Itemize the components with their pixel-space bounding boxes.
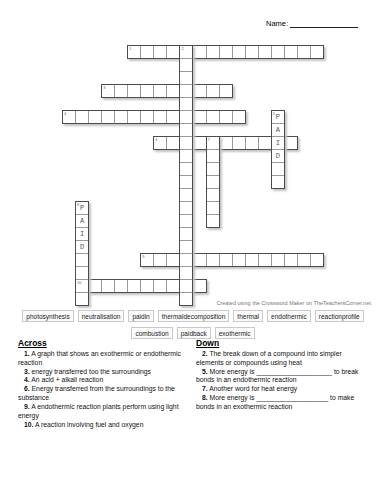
cell-r18-c6[interactable] [141,280,154,292]
clue-number: 9. [24,403,30,410]
cell-r16-c19[interactable] [311,254,323,266]
cell-r7-c11[interactable]: 7 [207,137,219,150]
clue-number: 7. [202,385,208,392]
cell-r10-c9[interactable] [180,176,192,189]
clue-across-4: 4. An acid + alkali reaction [18,376,192,385]
clue-text: Another word for heat energy [209,385,297,392]
word-3-across: 3 [101,84,233,98]
clue-number-3: 3 [103,85,105,90]
cell-r1-c9[interactable] [180,59,192,72]
cell-r8-c11[interactable] [207,150,219,163]
cell-r0-c11[interactable] [207,46,220,58]
credit-text: Created using the Crossword Maker on The… [216,300,371,306]
cell-r6-c9[interactable] [180,124,192,137]
clue-number-1: 1 [129,46,131,51]
cell-r15-c9[interactable] [180,241,192,254]
cell-r8-c16[interactable]: D [272,150,284,163]
name-row: Name: [266,19,358,28]
word-bank-item: neutralisation [78,310,125,322]
clue-text: A graph that shows an exothermic or endo… [18,350,181,366]
cell-r5-c12[interactable] [220,111,233,123]
cell-r17-c9[interactable] [180,267,192,280]
crossword-grid: 123467I91025PAID78PAID10 [62,45,323,306]
clue-number-9: 9 [142,254,144,259]
cell-r0-c7[interactable] [154,46,167,58]
cell-r18-c7[interactable] [154,280,167,292]
cell-r0-c17[interactable] [285,46,298,58]
word-bank-item: photosynthesis [22,310,73,322]
cell-r17-c1[interactable] [76,267,88,280]
clue-down-2: 2. The break down of a compound into sim… [196,350,370,368]
cell-r0-c13[interactable] [233,46,246,58]
cell-r9-c9[interactable] [180,163,192,176]
cell-r14-c9[interactable] [180,228,192,241]
word-9-across: 9 [140,253,324,267]
cell-r16-c15[interactable] [259,254,272,266]
cell-r16-c11[interactable] [207,254,220,266]
word-1-across: 12 [127,45,324,59]
cell-r16-c6[interactable]: 9 [141,254,154,266]
clues-section: Across 1. A graph that shows an exotherm… [18,338,370,429]
clue-across-3: 3. energy transferred too the surroundin… [18,368,192,377]
word-2-down: 2 [179,45,193,306]
cell-r19-c9[interactable] [180,293,192,305]
cell-r5-c16[interactable]: 5P [272,111,284,124]
prefilled-letter: A [272,124,284,136]
cell-r18-c9[interactable] [180,280,192,293]
cell-r9-c16[interactable] [272,163,284,176]
cell-r18-c3[interactable] [102,280,115,292]
clue-number-2: 2 [181,46,183,51]
clue-text: More energy is ___________________ to ma… [196,394,354,410]
cell-r10-c16[interactable] [272,176,284,188]
clue-text: energy transferred too the surroundings [32,368,151,375]
cell-r12-c9[interactable] [180,202,192,215]
down-clues: Down 2. The break down of a compound int… [196,338,370,429]
cell-r3-c6[interactable] [141,85,154,97]
word-5-down: 5PAID [271,110,285,189]
cell-r13-c1[interactable]: A [76,215,88,228]
word-8-down: 8PAID10 [75,201,89,306]
prefilled-letter: A [76,215,88,227]
cell-r10-c11[interactable] [207,176,219,189]
cell-r5-c9[interactable] [180,111,192,124]
cell-r7-c13[interactable] [233,137,246,149]
cell-r18-c4[interactable] [115,280,128,292]
prefilled-letter: I [272,137,284,149]
clue-text: A reaction involving fuel and oxygen [35,421,143,428]
cell-r16-c14[interactable] [246,254,259,266]
cell-r16-c1[interactable] [76,254,88,267]
cell-r16-c17[interactable] [285,254,298,266]
clue-down-8: 8. More energy is ___________________ to… [196,394,370,412]
clue-number: 2. [202,350,208,357]
cell-r16-c12[interactable] [220,254,233,266]
clue-across-10: 10. A reaction involving fuel and oxygen [18,421,192,430]
clue-text: An acid + alkali reaction [31,376,103,383]
name-input-line[interactable] [290,19,358,28]
cell-r7-c16[interactable]: I [272,137,284,150]
clue-number-7: 7 [208,137,210,142]
cell-r9-c11[interactable] [207,163,219,176]
clue-across-1: 1. A graph that shows an exothermic or e… [18,350,192,368]
clue-text: More energy is ____________________ to b… [196,368,358,384]
cell-r5-c4[interactable] [115,111,128,123]
cell-r8-c9[interactable] [180,150,192,163]
clue-number: 3. [24,368,30,375]
clue-down-7: 7. Another word for heat energy [196,385,370,394]
cell-r7-c7[interactable]: 6 [154,137,167,149]
cell-r3-c10[interactable] [193,85,206,97]
cell-r3-c9[interactable] [180,85,192,98]
across-clues: Across 1. A graph that shows an exotherm… [18,338,192,429]
cell-r5-c11[interactable] [207,111,220,123]
word-bank-item: endothermic [267,310,311,322]
cell-r5-c10[interactable] [193,111,206,123]
cell-r0-c9[interactable]: 2 [180,46,192,59]
cell-r0-c5[interactable]: 1 [128,46,141,58]
cell-r11-c9[interactable] [180,189,192,202]
cell-r5-c2[interactable] [89,111,102,123]
cell-r7-c9[interactable] [180,137,192,150]
cell-r7-c17[interactable] [285,137,297,149]
clue-number-10: 10 [77,280,81,285]
down-heading: Down [196,338,370,348]
word-bank-row-1: photosynthesis neutralisation paidin the… [0,310,386,322]
clue-number: 6. [24,385,30,392]
clue-number: 5. [202,368,208,375]
cell-r0-c14[interactable] [246,46,259,58]
word-bank-item: paidin [128,310,153,322]
cell-r0-c16[interactable] [272,46,285,58]
prefilled-letter: I [76,228,88,240]
clue-text: The break down of a compound into simple… [196,350,342,366]
cell-r18-c10[interactable] [193,280,205,292]
cell-r3-c3[interactable]: 3 [102,85,115,97]
cell-r5-c6[interactable] [141,111,154,123]
cell-r3-c7[interactable] [154,85,167,97]
clue-text: A endothermic reaction plants perform us… [18,403,179,419]
cell-r4-c9[interactable] [180,98,192,111]
word-bank-item: thermal [233,310,263,322]
cell-r0-c10[interactable] [193,46,206,58]
cell-r16-c16[interactable] [272,254,285,266]
cell-r18-c2[interactable] [89,280,102,292]
cell-r5-c3[interactable] [102,111,115,123]
prefilled-letter: P [272,111,284,123]
cell-r15-c1[interactable]: D [76,241,88,254]
cell-r12-c11[interactable] [207,202,219,215]
cell-r5-c1[interactable] [76,111,89,123]
word-bank-item: thermaldecomposition [158,310,230,322]
prefilled-letter: P [76,202,88,214]
cell-r13-c9[interactable] [180,215,192,228]
cell-r0-c6[interactable] [141,46,154,58]
cell-r7-c12[interactable] [220,137,233,149]
cell-r7-c15[interactable] [259,137,272,149]
cell-r5-c0[interactable]: 4 [63,111,76,123]
cell-r3-c4[interactable] [115,85,128,97]
cell-r0-c15[interactable] [259,46,272,58]
cell-r16-c10[interactable] [193,254,206,266]
word-bank-item: reactionprofile [315,310,364,322]
clue-number: 8. [202,394,208,401]
cell-r0-c19[interactable] [311,46,323,58]
cell-r16-c9[interactable] [180,254,192,267]
cell-r7-c14[interactable] [246,137,259,149]
clue-across-6: 6. Energy transferred from the surroundi… [18,385,192,403]
prefilled-letter: D [76,241,88,253]
cell-r16-c7[interactable] [154,254,167,266]
cell-r19-c1[interactable] [76,293,88,305]
word-4-across: 4 [62,110,246,124]
cell-r6-c16[interactable]: A [272,124,284,137]
cell-r3-c12[interactable] [220,85,232,97]
cell-r5-c13[interactable] [233,111,245,123]
cell-r12-c1[interactable]: 8P [76,202,88,215]
cell-r5-c5[interactable] [128,111,141,123]
cell-r18-c5[interactable] [128,280,141,292]
clue-number: 4. [24,376,30,383]
cell-r18-c1[interactable]: 10 [76,280,88,293]
cell-r5-c7[interactable] [154,111,167,123]
cell-r14-c1[interactable]: I [76,228,88,241]
clue-across-9: 9. A endothermic reaction plants perform… [18,403,192,421]
cell-r0-c18[interactable] [298,46,311,58]
clue-number-6: 6 [155,137,157,142]
cell-r11-c11[interactable] [207,189,219,202]
clue-number: 1. [24,350,30,357]
cell-r3-c5[interactable] [128,85,141,97]
cell-r16-c13[interactable] [233,254,246,266]
cell-r13-c11[interactable] [207,215,219,227]
clue-number: 10. [24,421,33,428]
cell-r3-c11[interactable] [207,85,220,97]
clue-down-5: 5. More energy is ____________________ t… [196,368,370,386]
cell-r16-c18[interactable] [298,254,311,266]
cell-r0-c12[interactable] [220,46,233,58]
across-heading: Across [18,338,192,348]
clue-number-4: 4 [64,111,66,116]
prefilled-letter: D [272,150,284,162]
cell-r2-c9[interactable] [180,72,192,85]
name-label: Name: [266,19,288,28]
word-7-down: 7 [206,136,220,228]
clue-text: Energy transferred from the surroundings… [18,385,175,401]
